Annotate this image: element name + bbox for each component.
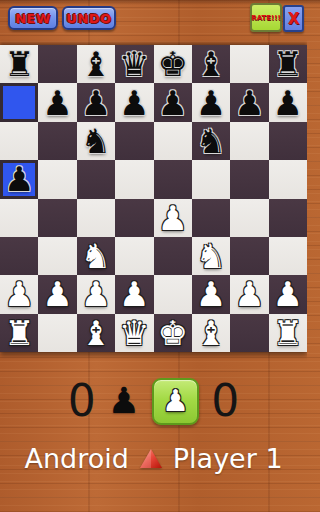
square-e2[interactable] (154, 275, 192, 313)
square-g8[interactable] (230, 45, 268, 83)
square-h6[interactable] (269, 122, 307, 160)
square-f6[interactable]: ♞ (192, 122, 230, 160)
white-rook: ♜ (4, 314, 34, 352)
square-c5[interactable] (77, 160, 115, 198)
square-e8[interactable]: ♚ (154, 45, 192, 83)
square-e6[interactable] (154, 122, 192, 160)
square-e3[interactable] (154, 237, 192, 275)
square-d4[interactable] (115, 199, 153, 237)
square-f5[interactable] (192, 160, 230, 198)
square-a3[interactable] (0, 237, 38, 275)
square-h1[interactable]: ♜ (269, 314, 307, 352)
new-game-button[interactable]: NEW (8, 6, 58, 30)
white-pawn: ♟ (273, 275, 303, 313)
square-g3[interactable] (230, 237, 268, 275)
black-pawn: ♟ (273, 84, 303, 122)
square-g5[interactable] (230, 160, 268, 198)
toolbar: NEW UNDO RATE!!! X (0, 0, 307, 44)
white-knight: ♞ (196, 237, 226, 275)
white-bishop: ♝ (81, 314, 111, 352)
square-b3[interactable] (38, 237, 76, 275)
rate-button[interactable]: RATE!!! (250, 3, 282, 32)
square-d1[interactable]: ♛ (115, 314, 153, 352)
black-pawn: ♟ (196, 84, 226, 122)
white-rook: ♜ (273, 314, 303, 352)
square-d3[interactable] (115, 237, 153, 275)
square-c2[interactable]: ♟ (77, 275, 115, 313)
square-c4[interactable] (77, 199, 115, 237)
square-a6[interactable] (0, 122, 38, 160)
square-a5[interactable]: ♟ (0, 160, 38, 198)
black-bishop: ♝ (196, 45, 226, 83)
square-a2[interactable]: ♟ (0, 275, 38, 313)
square-f7[interactable]: ♟ (192, 83, 230, 121)
square-c1[interactable]: ♝ (77, 314, 115, 352)
square-h8[interactable]: ♜ (269, 45, 307, 83)
square-g4[interactable] (230, 199, 268, 237)
white-pawn: ♟ (42, 275, 72, 313)
black-pawn: ♟ (42, 84, 72, 122)
square-h3[interactable] (269, 237, 307, 275)
black-pawn: ♟ (157, 84, 187, 122)
square-g6[interactable] (230, 122, 268, 160)
black-rook: ♜ (4, 45, 34, 83)
white-turn-button[interactable]: ♟ (152, 378, 199, 425)
square-d6[interactable] (115, 122, 153, 160)
white-score: 0 (211, 379, 239, 423)
square-b8[interactable] (38, 45, 76, 83)
square-e4[interactable]: ♟ (154, 199, 192, 237)
undo-button[interactable]: UNDO (62, 6, 116, 30)
white-queen: ♛ (119, 314, 149, 352)
square-a4[interactable] (0, 199, 38, 237)
white-pawn: ♟ (4, 275, 34, 313)
white-king: ♚ (157, 314, 187, 352)
white-pawn: ♟ (196, 275, 226, 313)
square-d2[interactable]: ♟ (115, 275, 153, 313)
black-pawn: ♟ (81, 84, 111, 122)
square-b5[interactable] (38, 160, 76, 198)
chess-board: ♜♝♛♚♝♜♟♟♟♟♟♟♟♞♞♟♟♞♞♟♟♟♟♟♟♟♜♝♛♚♝♜ (0, 45, 307, 352)
square-h5[interactable] (269, 160, 307, 198)
white-pawn-icon: ♟ (162, 386, 189, 416)
square-f3[interactable]: ♞ (192, 237, 230, 275)
white-bishop: ♝ (196, 314, 226, 352)
square-b4[interactable] (38, 199, 76, 237)
square-a7[interactable] (0, 83, 38, 121)
black-king: ♚ (157, 45, 187, 83)
square-a1[interactable]: ♜ (0, 314, 38, 352)
black-player-name: Android (24, 443, 128, 474)
white-pawn: ♟ (119, 275, 149, 313)
square-h4[interactable] (269, 199, 307, 237)
square-a8[interactable]: ♜ (0, 45, 38, 83)
white-player-name: Player 1 (173, 443, 283, 474)
square-f8[interactable]: ♝ (192, 45, 230, 83)
versus-triangle-icon (139, 448, 163, 469)
square-f4[interactable] (192, 199, 230, 237)
square-c3[interactable]: ♞ (77, 237, 115, 275)
square-c6[interactable]: ♞ (77, 122, 115, 160)
square-c8[interactable]: ♝ (77, 45, 115, 83)
square-b1[interactable] (38, 314, 76, 352)
players-bar: Android Player 1 (0, 440, 307, 476)
white-pawn: ♟ (234, 275, 264, 313)
square-e5[interactable] (154, 160, 192, 198)
black-pawn: ♟ (234, 84, 264, 122)
square-g2[interactable]: ♟ (230, 275, 268, 313)
square-e1[interactable]: ♚ (154, 314, 192, 352)
white-pawn: ♟ (157, 199, 187, 237)
square-b7[interactable]: ♟ (38, 83, 76, 121)
square-e7[interactable]: ♟ (154, 83, 192, 121)
square-g1[interactable] (230, 314, 268, 352)
white-knight: ♞ (81, 237, 111, 275)
white-pawn: ♟ (81, 275, 111, 313)
square-f2[interactable]: ♟ (192, 275, 230, 313)
black-knight: ♞ (196, 122, 226, 160)
square-f1[interactable]: ♝ (192, 314, 230, 352)
close-button[interactable]: X (283, 5, 304, 32)
square-d5[interactable] (115, 160, 153, 198)
black-bishop: ♝ (81, 45, 111, 83)
square-c7[interactable]: ♟ (77, 83, 115, 121)
square-g7[interactable]: ♟ (230, 83, 268, 121)
square-b6[interactable] (38, 122, 76, 160)
black-knight: ♞ (81, 122, 111, 160)
black-pawn-icon: ♟ (108, 381, 140, 421)
square-d7[interactable]: ♟ (115, 83, 153, 121)
scoreboard: 0 ♟ ♟ 0 (0, 372, 307, 430)
square-h2[interactable]: ♟ (269, 275, 307, 313)
black-pawn: ♟ (119, 84, 149, 122)
black-pawn: ♟ (4, 160, 34, 198)
square-b2[interactable]: ♟ (38, 275, 76, 313)
black-rook: ♜ (273, 45, 303, 83)
black-score: 0 (68, 379, 96, 423)
square-h7[interactable]: ♟ (269, 83, 307, 121)
black-queen: ♛ (119, 45, 149, 83)
square-d8[interactable]: ♛ (115, 45, 153, 83)
